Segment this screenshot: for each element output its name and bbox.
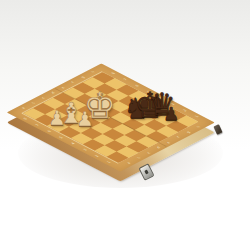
- hinge: [213, 124, 222, 135]
- rank-label-left: 7: [34, 123, 39, 126]
- rank-label-left: 1: [106, 161, 111, 164]
- file-label-top: c: [41, 96, 46, 99]
- file-label-top: f: [71, 81, 75, 83]
- rank-label-right: 7: [122, 78, 127, 81]
- file-label-bottom: c: [146, 151, 151, 154]
- file-label-bottom: h: [196, 126, 201, 129]
- file-label-bottom: g: [186, 131, 191, 134]
- file-label-bottom: b: [136, 156, 141, 159]
- rank-label-left: 6: [46, 130, 51, 133]
- rank-label-left: 3: [82, 148, 87, 151]
- file-label-bottom: f: [176, 136, 180, 138]
- rank-label-left: 5: [58, 136, 63, 139]
- white-king: ♚: [84, 88, 116, 124]
- black-pawn: ♟: [163, 105, 179, 123]
- file-label-top: e: [60, 86, 65, 89]
- file-label-top: a: [21, 107, 26, 110]
- rank-label-right: 8: [110, 72, 115, 75]
- file-label-bottom: e: [166, 141, 171, 144]
- rank-label-left: 4: [70, 142, 75, 145]
- clasp-slot: [144, 170, 148, 175]
- file-label-bottom: d: [156, 146, 161, 149]
- file-label-top: g: [80, 76, 85, 79]
- file-label-top: h: [90, 71, 95, 74]
- rank-label-right: 1: [194, 115, 199, 118]
- chess-set-product-photo: aabbccddeeffgghh8877665544332211 ♟♝♟♚♞♚♛…: [0, 0, 250, 250]
- rank-label-left: 8: [22, 117, 27, 120]
- file-label-top: d: [50, 91, 55, 94]
- file-label-top: b: [31, 102, 36, 105]
- rank-label-right: 2: [182, 109, 187, 112]
- rank-label-left: 2: [94, 154, 99, 157]
- file-label-bottom: a: [126, 162, 131, 165]
